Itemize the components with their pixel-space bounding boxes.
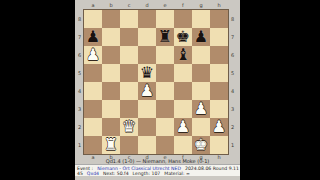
square-b1: ♜ [102,136,120,154]
square-g2 [192,118,210,136]
file-label-d: d [138,2,156,8]
rank-label-6: 6 [76,46,83,64]
square-e2 [156,118,174,136]
piece-white-pawn-g3: ♟ [192,100,210,118]
piece-white-rook-b1: ♜ [102,136,120,154]
rank-label-5: 5 [229,64,236,82]
square-f7: ♚ [174,28,192,46]
square-d8 [138,10,156,28]
square-g5 [192,64,210,82]
square-f6: ♝ [174,46,192,64]
square-a8 [84,10,102,28]
piece-white-pawn-a6: ♟ [84,46,102,64]
piece-white-pawn-f2: ♟ [174,118,192,136]
square-e1 [156,136,174,154]
square-c5 [120,64,138,82]
square-g6 [192,46,210,64]
rank-label-3: 3 [76,100,83,118]
file-label-c: c [120,2,138,8]
file-label-a: a [84,2,102,8]
square-e5 [156,64,174,82]
rank-labels-left: 87654321 [76,10,83,154]
piece-black-pawn-a7: ♟ [84,28,102,46]
square-a5 [84,64,102,82]
square-g3: ♟ [192,100,210,118]
square-g4 [192,82,210,100]
square-f2: ♟ [174,118,192,136]
pillarbox-left [0,0,75,180]
file-labels-top: abcdefgh [84,2,228,8]
caption-move-line: 45Qxd4Next: 50.f4Length: 107Material: = [75,171,240,176]
square-c2: ♛ [120,118,138,136]
square-g7: ♟ [192,28,210,46]
square-f4 [174,82,192,100]
square-d7 [138,28,156,46]
file-label-b: b [102,2,120,8]
rank-label-3: 3 [229,100,236,118]
caption-strip: Event :Niemann - Ort Classical Utrecht N… [75,164,240,176]
piece-black-pawn-g7: ♟ [192,28,210,46]
chess-panel: abcdefgh 87654321 ♟♜♚♟♟♝♛♟♟♛♟♟♜♚ 8765432… [75,0,240,180]
piece-black-bishop-f6: ♝ [174,46,192,64]
move-number: 45 [77,171,83,176]
video-frame: abcdefgh 87654321 ♟♜♚♟♟♝♛♟♟♛♟♟♜♚ 8765432… [0,0,320,180]
square-f5 [174,64,192,82]
square-b4 [102,82,120,100]
rank-label-2: 2 [76,118,83,136]
material-balance: Material: = [164,171,190,176]
piece-black-rook-e7: ♜ [156,28,174,46]
square-c6 [120,46,138,64]
piece-black-queen-d5: ♛ [138,64,156,82]
piece-white-king-g1: ♚ [192,136,210,154]
square-e4 [156,82,174,100]
square-a7: ♟ [84,28,102,46]
square-c7 [120,28,138,46]
square-h8 [210,10,228,28]
next-move: Next: 50.f4 [103,171,129,176]
game-length: Length: 107 [133,171,161,176]
square-e6 [156,46,174,64]
rank-label-4: 4 [229,82,236,100]
file-label-f: f [174,2,192,8]
file-label-g: g [192,2,210,8]
square-d6 [138,46,156,64]
rank-label-5: 5 [76,64,83,82]
square-f3 [174,100,192,118]
square-a3 [84,100,102,118]
rank-label-8: 8 [76,10,83,28]
square-f8 [174,10,192,28]
square-b5 [102,64,120,82]
square-h4 [210,82,228,100]
square-e7: ♜ [156,28,174,46]
square-b7 [102,28,120,46]
square-h7 [210,28,228,46]
square-h2: ♟ [210,118,228,136]
square-f1 [174,136,192,154]
rank-label-2: 2 [229,118,236,136]
last-move: Qxd4 [87,171,99,176]
square-g8 [192,10,210,28]
piece-white-pawn-d4: ♟ [138,82,156,100]
square-c1 [120,136,138,154]
square-h6 [210,46,228,64]
square-c3 [120,100,138,118]
square-c8 [120,10,138,28]
square-b8 [102,10,120,28]
square-e8 [156,10,174,28]
square-d3 [138,100,156,118]
file-label-e: e [156,2,174,8]
square-b2 [102,118,120,136]
square-d5: ♛ [138,64,156,82]
rank-label-7: 7 [229,28,236,46]
rank-label-1: 1 [229,136,236,154]
piece-black-king-f7: ♚ [174,28,192,46]
rank-label-8: 8 [229,10,236,28]
square-b6 [102,46,120,64]
rank-label-1: 1 [76,136,83,154]
square-d1 [138,136,156,154]
square-h1 [210,136,228,154]
square-a6: ♟ [84,46,102,64]
square-b3 [102,100,120,118]
square-a1 [84,136,102,154]
square-h3 [210,100,228,118]
rank-label-4: 4 [76,82,83,100]
square-a4 [84,82,102,100]
piece-white-pawn-h2: ♟ [210,118,228,136]
file-label-h: h [210,2,228,8]
rank-label-7: 7 [76,28,83,46]
rank-labels-right: 87654321 [229,10,236,154]
square-d2 [138,118,156,136]
square-d4: ♟ [138,82,156,100]
pillarbox-right [240,0,320,180]
square-c4 [120,82,138,100]
chess-board: ♟♜♚♟♟♝♛♟♟♛♟♟♜♚ [84,10,228,154]
square-g1: ♚ [192,136,210,154]
square-a2 [84,118,102,136]
square-h5 [210,64,228,82]
rank-label-6: 6 [229,46,236,64]
square-e3 [156,100,174,118]
piece-white-queen-c2: ♛ [120,118,138,136]
